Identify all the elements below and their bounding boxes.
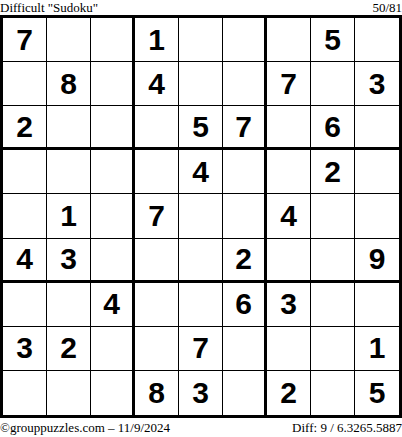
cell-r2c8-empty[interactable] <box>311 62 355 106</box>
cell-r1c9-empty[interactable] <box>355 18 399 62</box>
cell-r1c1-given: 7 <box>3 18 47 62</box>
cell-r8c7-empty[interactable] <box>267 327 311 371</box>
cell-r1c5-empty[interactable] <box>179 18 223 62</box>
cell-r6c3-empty[interactable] <box>91 239 135 283</box>
cell-r9c5-given: 3 <box>179 371 223 415</box>
cell-r9c8-empty[interactable] <box>311 371 355 415</box>
cell-r2c4-given: 4 <box>135 62 179 106</box>
cell-r7c8-empty[interactable] <box>311 283 355 327</box>
cell-r4c3-empty[interactable] <box>91 150 135 194</box>
cell-r9c4-given: 8 <box>135 371 179 415</box>
puzzle-title: Difficult "Sudoku" <box>0 1 98 14</box>
cell-r7c3-given: 4 <box>91 283 135 327</box>
cell-r3c3-empty[interactable] <box>91 106 135 150</box>
cell-r9c6-empty[interactable] <box>223 371 267 415</box>
cell-r9c3-empty[interactable] <box>91 371 135 415</box>
cell-r8c6-empty[interactable] <box>223 327 267 371</box>
cell-r6c6-given: 2 <box>223 239 267 283</box>
cell-r1c7-empty[interactable] <box>267 18 311 62</box>
cell-r2c1-empty[interactable] <box>3 62 47 106</box>
cell-r8c4-empty[interactable] <box>135 327 179 371</box>
cell-r3c5-given: 5 <box>179 106 223 150</box>
cell-r3c1-given: 2 <box>3 106 47 150</box>
cell-r3c9-empty[interactable] <box>355 106 399 150</box>
cell-r7c1-empty[interactable] <box>3 283 47 327</box>
cell-r7c6-given: 6 <box>223 283 267 327</box>
sudoku-page: Difficult "Sudoku" 50/81 715847325764217… <box>0 0 402 437</box>
cell-r2c3-empty[interactable] <box>91 62 135 106</box>
cell-r8c5-given: 7 <box>179 327 223 371</box>
cell-r4c2-empty[interactable] <box>47 150 91 194</box>
cell-r1c8-given: 5 <box>311 18 355 62</box>
difficulty-text: Diff: 9 / 6.3265.5887 <box>292 421 402 434</box>
cell-r8c1-given: 3 <box>3 327 47 371</box>
cell-r3c7-empty[interactable] <box>267 106 311 150</box>
cell-r1c6-empty[interactable] <box>223 18 267 62</box>
cell-r4c8-given: 2 <box>311 150 355 194</box>
cell-r6c8-empty[interactable] <box>311 239 355 283</box>
cell-r2c2-given: 8 <box>47 62 91 106</box>
cell-r6c9-given: 9 <box>355 239 399 283</box>
cell-r9c7-given: 2 <box>267 371 311 415</box>
cell-r4c5-given: 4 <box>179 150 223 194</box>
cell-r6c4-empty[interactable] <box>135 239 179 283</box>
cell-r5c6-empty[interactable] <box>223 194 267 238</box>
cell-r5c7-given: 4 <box>267 194 311 238</box>
sudoku-board: 7158473257642174432946332718325 <box>0 15 402 418</box>
cell-r3c4-empty[interactable] <box>135 106 179 150</box>
cell-r5c3-empty[interactable] <box>91 194 135 238</box>
cell-r5c1-empty[interactable] <box>3 194 47 238</box>
cell-r6c7-empty[interactable] <box>267 239 311 283</box>
cell-r4c4-empty[interactable] <box>135 150 179 194</box>
cell-r7c4-empty[interactable] <box>135 283 179 327</box>
cell-r6c1-given: 4 <box>3 239 47 283</box>
cell-r5c2-given: 1 <box>47 194 91 238</box>
cell-r9c2-empty[interactable] <box>47 371 91 415</box>
cell-r2c5-empty[interactable] <box>179 62 223 106</box>
cell-r4c7-empty[interactable] <box>267 150 311 194</box>
header-bar: Difficult "Sudoku" 50/81 <box>0 0 402 15</box>
cell-r9c9-given: 5 <box>355 371 399 415</box>
cell-r8c2-given: 2 <box>47 327 91 371</box>
cell-r1c3-empty[interactable] <box>91 18 135 62</box>
cell-r8c9-given: 1 <box>355 327 399 371</box>
cell-r7c5-empty[interactable] <box>179 283 223 327</box>
cell-r8c8-empty[interactable] <box>311 327 355 371</box>
cell-r5c8-empty[interactable] <box>311 194 355 238</box>
cell-r8c3-empty[interactable] <box>91 327 135 371</box>
cell-r2c7-given: 7 <box>267 62 311 106</box>
cell-r3c2-empty[interactable] <box>47 106 91 150</box>
cell-r4c9-empty[interactable] <box>355 150 399 194</box>
cell-r3c8-given: 6 <box>311 106 355 150</box>
copyright-text: ©grouppuzzles.com – 11/9/2024 <box>0 421 170 434</box>
cell-r5c9-empty[interactable] <box>355 194 399 238</box>
cell-r4c1-empty[interactable] <box>3 150 47 194</box>
cell-r6c5-empty[interactable] <box>179 239 223 283</box>
cell-r3c6-given: 7 <box>223 106 267 150</box>
cell-r6c2-given: 3 <box>47 239 91 283</box>
cell-r7c7-given: 3 <box>267 283 311 327</box>
cell-r1c2-empty[interactable] <box>47 18 91 62</box>
cell-r2c9-given: 3 <box>355 62 399 106</box>
cell-r5c5-empty[interactable] <box>179 194 223 238</box>
cell-r5c4-given: 7 <box>135 194 179 238</box>
cell-r4c6-empty[interactable] <box>223 150 267 194</box>
cell-r7c9-empty[interactable] <box>355 283 399 327</box>
cell-r2c6-empty[interactable] <box>223 62 267 106</box>
cell-r9c1-empty[interactable] <box>3 371 47 415</box>
empty-cells-counter: 50/81 <box>372 1 402 14</box>
cell-r1c4-given: 1 <box>135 18 179 62</box>
footer-bar: ©grouppuzzles.com – 11/9/2024 Diff: 9 / … <box>0 418 402 437</box>
cell-r7c2-empty[interactable] <box>47 283 91 327</box>
